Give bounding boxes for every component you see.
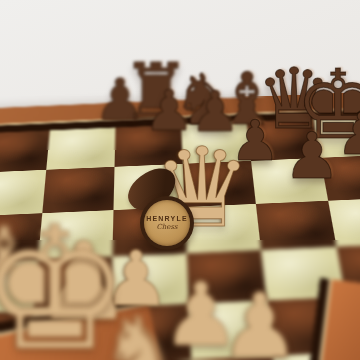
black-pawn: ♟: [283, 124, 340, 188]
white-knight: ♞: [101, 305, 180, 360]
white-pawn: ♟: [220, 281, 301, 360]
brand-name-text: HENRYLE: [146, 215, 188, 222]
pieces-layer: HENRYLE Chess ♟♜♟♞♟♝♟♛♟♚♟♛♝♚♟♟♟♟♞: [0, 0, 360, 360]
photo-scene: HENRYLE Chess ♟♜♟♞♟♝♟♛♟♚♟♛♝♚♟♟♟♟♞: [0, 0, 360, 360]
brand-sub-text: Chess: [156, 223, 177, 231]
